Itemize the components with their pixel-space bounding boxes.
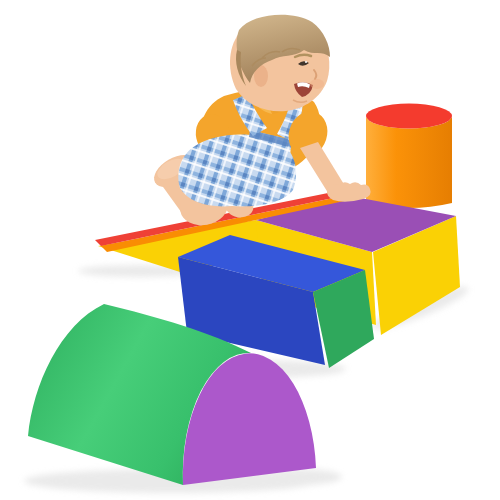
cylinder-red-top — [366, 104, 452, 129]
foam-cylinder — [366, 104, 452, 209]
toddler-cheek — [310, 79, 324, 89]
cylinder-body — [366, 116, 452, 208]
foam-climber-photo: Smiling toddler in a yellow polo shirt a… — [0, 0, 500, 500]
toddler-eye-glint — [305, 61, 307, 63]
product-photo-stage: Smiling toddler in a yellow polo shirt a… — [0, 0, 500, 500]
toddler-head — [230, 15, 330, 112]
